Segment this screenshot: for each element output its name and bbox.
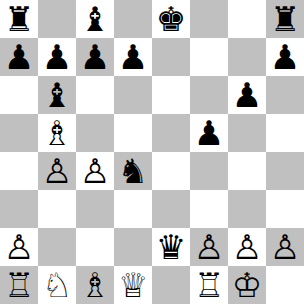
square-c2[interactable] <box>76 228 114 266</box>
square-f5[interactable]: ♟ <box>190 114 228 152</box>
square-f6[interactable] <box>190 76 228 114</box>
square-g1[interactable]: ♔ <box>228 266 266 304</box>
square-a7[interactable]: ♟ <box>0 38 38 76</box>
white-bishop-piece: ♗ <box>42 114 72 152</box>
square-f3[interactable] <box>190 190 228 228</box>
black-bishop-piece: ♝ <box>42 76 72 114</box>
square-d6[interactable] <box>114 76 152 114</box>
square-f7[interactable] <box>190 38 228 76</box>
square-f2[interactable]: ♙ <box>190 228 228 266</box>
black-pawn-piece: ♟ <box>232 76 262 114</box>
square-a5[interactable] <box>0 114 38 152</box>
square-d3[interactable] <box>114 190 152 228</box>
black-pawn-piece: ♟ <box>118 38 148 76</box>
square-d2[interactable] <box>114 228 152 266</box>
square-h7[interactable]: ♟ <box>266 38 304 76</box>
white-pawn-piece: ♙ <box>80 152 110 190</box>
black-king-piece: ♚ <box>156 0 186 38</box>
black-pawn-piece: ♟ <box>194 114 224 152</box>
square-f1[interactable]: ♖ <box>190 266 228 304</box>
square-a3[interactable] <box>0 190 38 228</box>
black-pawn-piece: ♟ <box>270 38 300 76</box>
white-knight-piece: ♘ <box>42 266 72 304</box>
white-pawn-piece: ♙ <box>4 228 34 266</box>
white-pawn-piece: ♙ <box>270 228 300 266</box>
white-rook-piece: ♖ <box>194 266 224 304</box>
black-rook-piece: ♜ <box>4 0 34 38</box>
square-c5[interactable] <box>76 114 114 152</box>
square-c3[interactable] <box>76 190 114 228</box>
square-b1[interactable]: ♘ <box>38 266 76 304</box>
square-c7[interactable]: ♟ <box>76 38 114 76</box>
square-e4[interactable] <box>152 152 190 190</box>
chess-board: ♜♝♚♜♟♟♟♟♟♝♟♗♟♙♙♞♙♛♙♙♙♖♘♗♕♖♔ <box>0 0 304 304</box>
square-a6[interactable] <box>0 76 38 114</box>
white-pawn-piece: ♙ <box>42 152 72 190</box>
square-a2[interactable]: ♙ <box>0 228 38 266</box>
square-h4[interactable] <box>266 152 304 190</box>
square-e3[interactable] <box>152 190 190 228</box>
square-a4[interactable] <box>0 152 38 190</box>
square-d4[interactable]: ♞ <box>114 152 152 190</box>
square-e7[interactable] <box>152 38 190 76</box>
square-c1[interactable]: ♗ <box>76 266 114 304</box>
white-pawn-piece: ♙ <box>194 228 224 266</box>
square-a1[interactable]: ♖ <box>0 266 38 304</box>
black-knight-piece: ♞ <box>118 152 148 190</box>
square-g4[interactable] <box>228 152 266 190</box>
square-d5[interactable] <box>114 114 152 152</box>
square-c6[interactable] <box>76 76 114 114</box>
square-g3[interactable] <box>228 190 266 228</box>
square-b3[interactable] <box>38 190 76 228</box>
square-g6[interactable]: ♟ <box>228 76 266 114</box>
black-pawn-piece: ♟ <box>80 38 110 76</box>
black-queen-piece: ♛ <box>156 228 186 266</box>
black-pawn-piece: ♟ <box>42 38 72 76</box>
square-c8[interactable]: ♝ <box>76 0 114 38</box>
square-h8[interactable]: ♜ <box>266 0 304 38</box>
square-e2[interactable]: ♛ <box>152 228 190 266</box>
square-h2[interactable]: ♙ <box>266 228 304 266</box>
square-e6[interactable] <box>152 76 190 114</box>
square-e8[interactable]: ♚ <box>152 0 190 38</box>
square-h6[interactable] <box>266 76 304 114</box>
black-rook-piece: ♜ <box>270 0 300 38</box>
square-h3[interactable] <box>266 190 304 228</box>
square-a8[interactable]: ♜ <box>0 0 38 38</box>
white-pawn-piece: ♙ <box>232 228 262 266</box>
square-c4[interactable]: ♙ <box>76 152 114 190</box>
square-g2[interactable]: ♙ <box>228 228 266 266</box>
black-pawn-piece: ♟ <box>4 38 34 76</box>
square-b8[interactable] <box>38 0 76 38</box>
square-e5[interactable] <box>152 114 190 152</box>
square-g5[interactable] <box>228 114 266 152</box>
square-d8[interactable] <box>114 0 152 38</box>
square-d1[interactable]: ♕ <box>114 266 152 304</box>
square-b7[interactable]: ♟ <box>38 38 76 76</box>
white-rook-piece: ♖ <box>4 266 34 304</box>
square-g8[interactable] <box>228 0 266 38</box>
square-h1[interactable] <box>266 266 304 304</box>
square-b5[interactable]: ♗ <box>38 114 76 152</box>
square-g7[interactable] <box>228 38 266 76</box>
square-f4[interactable] <box>190 152 228 190</box>
square-b2[interactable] <box>38 228 76 266</box>
square-f8[interactable] <box>190 0 228 38</box>
white-king-piece: ♔ <box>232 266 262 304</box>
white-bishop-piece: ♗ <box>80 266 110 304</box>
square-b6[interactable]: ♝ <box>38 76 76 114</box>
white-queen-piece: ♕ <box>118 266 148 304</box>
square-b4[interactable]: ♙ <box>38 152 76 190</box>
square-d7[interactable]: ♟ <box>114 38 152 76</box>
square-e1[interactable] <box>152 266 190 304</box>
square-h5[interactable] <box>266 114 304 152</box>
black-bishop-piece: ♝ <box>80 0 110 38</box>
